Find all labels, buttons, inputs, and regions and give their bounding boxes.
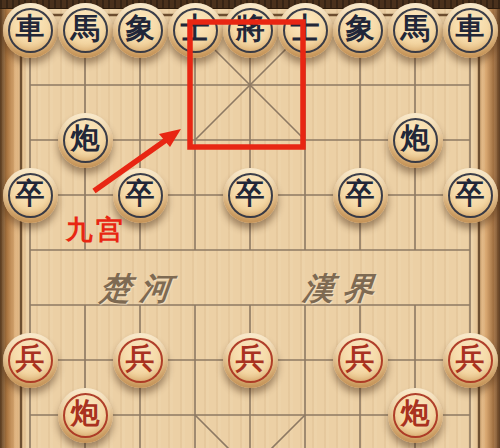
black-cannon-b-piece[interactable]: 炮 [388, 113, 443, 168]
black-horse-a-piece[interactable]: 馬 [58, 3, 113, 58]
black-soldier-a-piece[interactable]: 卒 [3, 168, 58, 223]
black-chariot-b-piece[interactable]: 車 [443, 3, 498, 58]
palace-label: 九宫 [66, 212, 126, 248]
black-horse-b-piece[interactable]: 馬 [388, 3, 443, 58]
black-general-piece[interactable]: 將 [223, 3, 278, 58]
black-advisor-b-piece[interactable]: 士 [278, 3, 333, 58]
black-cannon-a-piece[interactable]: 炮 [58, 113, 113, 168]
xiangqi-board: 楚河 漢界 車馬象士將士象馬車炮炮卒卒卒卒卒兵兵兵兵兵炮炮 九宫 [0, 0, 500, 448]
black-elephant-b-piece[interactable]: 象 [333, 3, 388, 58]
red-soldier-b-piece[interactable]: 兵 [113, 333, 168, 388]
black-elephant-a-piece[interactable]: 象 [113, 3, 168, 58]
red-soldier-c-piece[interactable]: 兵 [223, 333, 278, 388]
black-advisor-a-piece[interactable]: 士 [168, 3, 223, 58]
black-soldier-e-piece[interactable]: 卒 [443, 168, 498, 223]
red-cannon-a-piece[interactable]: 炮 [58, 388, 113, 443]
black-soldier-c-piece[interactable]: 卒 [223, 168, 278, 223]
black-chariot-a-piece[interactable]: 車 [3, 3, 58, 58]
red-soldier-e-piece[interactable]: 兵 [443, 333, 498, 388]
red-soldier-a-piece[interactable]: 兵 [3, 333, 58, 388]
red-soldier-d-piece[interactable]: 兵 [333, 333, 388, 388]
black-soldier-d-piece[interactable]: 卒 [333, 168, 388, 223]
red-cannon-b-piece[interactable]: 炮 [388, 388, 443, 443]
